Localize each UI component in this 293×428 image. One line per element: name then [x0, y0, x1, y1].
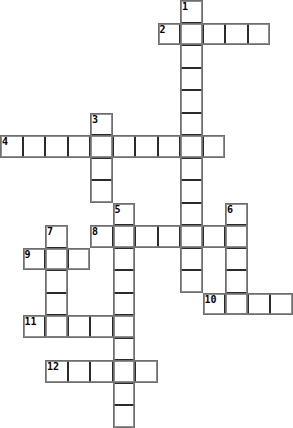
crossword-cell[interactable] [113, 338, 136, 361]
crossword-cell[interactable] [23, 248, 46, 271]
crossword-cell[interactable] [113, 293, 136, 316]
crossword-cell[interactable] [90, 180, 113, 203]
crossword-cell[interactable] [45, 360, 68, 383]
crossword-cell[interactable] [113, 203, 136, 226]
crossword-cell[interactable] [203, 225, 226, 248]
crossword-cell[interactable] [248, 23, 271, 46]
crossword-cell[interactable] [203, 135, 226, 158]
crossword-cell[interactable] [180, 113, 203, 136]
crossword-cell[interactable] [248, 293, 271, 316]
crossword-cell[interactable] [270, 293, 293, 316]
crossword-cell[interactable] [45, 270, 68, 293]
crossword-cell[interactable] [90, 360, 113, 383]
crossword-board: 123456789101112 [0, 0, 293, 428]
crossword-cell[interactable] [68, 248, 91, 271]
crossword-cell[interactable] [68, 135, 91, 158]
crossword-cell[interactable] [225, 225, 248, 248]
crossword-cell[interactable] [90, 135, 113, 158]
crossword-cell[interactable] [135, 225, 158, 248]
crossword-cell[interactable] [113, 135, 136, 158]
crossword-cell[interactable] [113, 360, 136, 383]
crossword-cell[interactable] [180, 68, 203, 91]
crossword-cell[interactable] [45, 225, 68, 248]
crossword-cell[interactable] [90, 225, 113, 248]
crossword-cell[interactable] [180, 248, 203, 271]
crossword-cell[interactable] [180, 270, 203, 293]
crossword-cell[interactable] [90, 315, 113, 338]
crossword-cell[interactable] [23, 135, 46, 158]
crossword-cell[interactable] [90, 113, 113, 136]
crossword-cell[interactable] [135, 360, 158, 383]
crossword-cell[interactable] [135, 135, 158, 158]
crossword-cell[interactable] [158, 225, 181, 248]
crossword-cell[interactable] [180, 90, 203, 113]
crossword-cell[interactable] [158, 135, 181, 158]
crossword-cell[interactable] [113, 248, 136, 271]
crossword-cell[interactable] [113, 315, 136, 338]
crossword-cell[interactable] [225, 203, 248, 226]
crossword-cell[interactable] [113, 405, 136, 428]
crossword-cell[interactable] [68, 315, 91, 338]
crossword-cell[interactable] [45, 315, 68, 338]
crossword-cell[interactable] [180, 45, 203, 68]
crossword-cell[interactable] [203, 23, 226, 46]
crossword-cell[interactable] [23, 315, 46, 338]
crossword-cell[interactable] [180, 158, 203, 181]
crossword-cell[interactable] [90, 158, 113, 181]
crossword-cell[interactable] [45, 135, 68, 158]
crossword-cell[interactable] [0, 135, 23, 158]
crossword-cell[interactable] [45, 293, 68, 316]
crossword-cell[interactable] [113, 383, 136, 406]
crossword-cell[interactable] [45, 248, 68, 271]
crossword-cell[interactable] [225, 248, 248, 271]
crossword-cell[interactable] [113, 270, 136, 293]
crossword-cell[interactable] [180, 203, 203, 226]
crossword-cell[interactable] [225, 270, 248, 293]
crossword-cell[interactable] [180, 135, 203, 158]
crossword-cell[interactable] [180, 23, 203, 46]
crossword-cell[interactable] [225, 293, 248, 316]
crossword-cell[interactable] [180, 180, 203, 203]
crossword-cell[interactable] [180, 225, 203, 248]
crossword-cell[interactable] [180, 0, 203, 23]
crossword-cell[interactable] [158, 23, 181, 46]
crossword-cell[interactable] [203, 293, 226, 316]
crossword-cell[interactable] [113, 225, 136, 248]
crossword-cell[interactable] [225, 23, 248, 46]
crossword-cell[interactable] [68, 360, 91, 383]
